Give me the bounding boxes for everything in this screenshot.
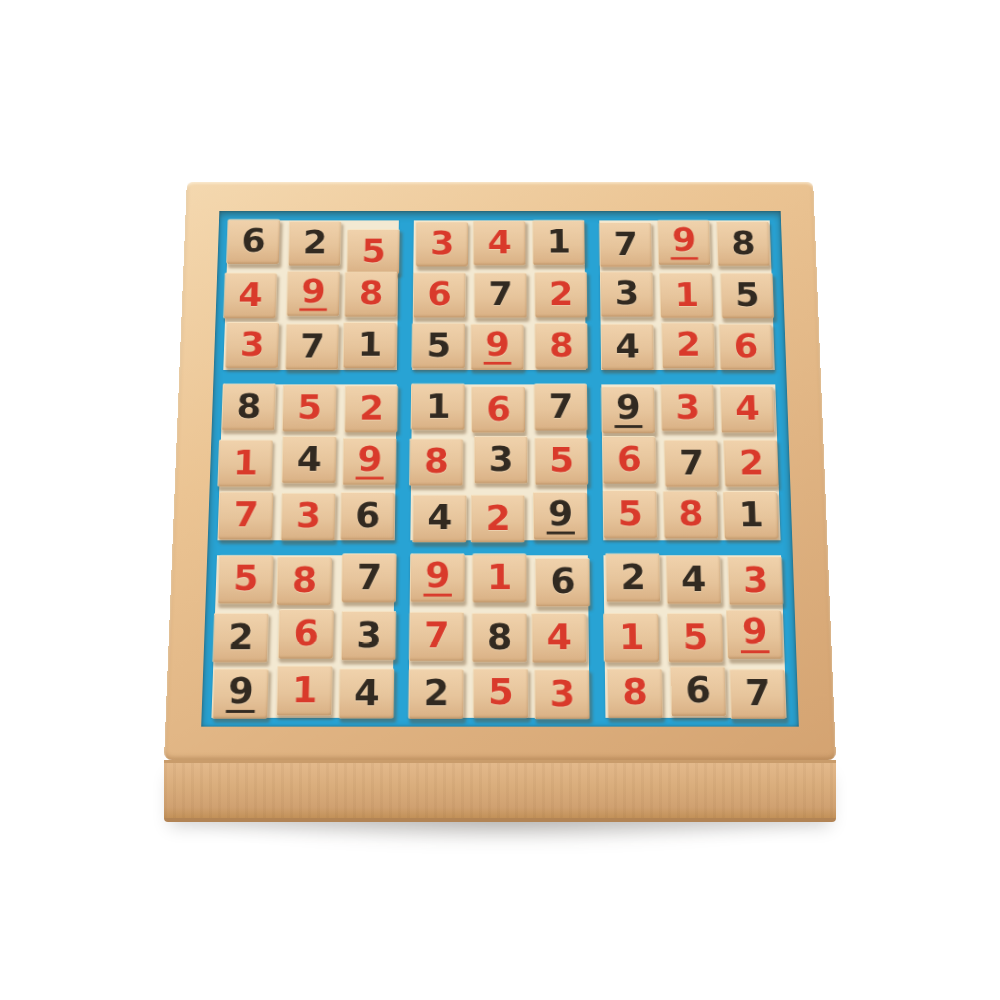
sudoku-tile-r1c3[interactable]: 5 <box>346 229 399 274</box>
tile-digit: 3 <box>489 442 514 476</box>
tile-digit: 3 <box>615 277 640 310</box>
sudoku-tile-r6c8[interactable]: 8 <box>663 490 718 538</box>
tile-digit: 1 <box>358 328 383 361</box>
tile-digit: 9 <box>423 558 452 597</box>
tile-digit: 8 <box>622 675 648 711</box>
tile-digit: 8 <box>487 619 512 654</box>
sudoku-tile-r7c9[interactable]: 3 <box>727 556 783 605</box>
sudoku-tile-r7c3[interactable]: 7 <box>341 553 397 602</box>
sudoku-board-frame: 6254983713416725987983154268521497361678… <box>164 182 836 760</box>
sudoku-tile-r5c8[interactable]: 7 <box>664 439 719 487</box>
tile-digit: 1 <box>547 226 571 258</box>
tile-digit: 3 <box>296 499 322 533</box>
tile-digit: 5 <box>426 329 451 362</box>
sudoku-tile-r7c8[interactable]: 4 <box>665 555 721 604</box>
tile-digit: 1 <box>487 560 512 595</box>
tile-digit: 9 <box>670 224 699 260</box>
sudoku-tile-r1c9[interactable]: 8 <box>716 221 770 266</box>
sudoku-tile-r8c8[interactable]: 5 <box>667 613 723 663</box>
sudoku-tile-r9c6[interactable]: 3 <box>534 669 590 719</box>
sudoku-tile-r3c3[interactable]: 1 <box>343 322 397 368</box>
tile-digit: 4 <box>615 330 640 363</box>
sudoku-tile-r2c1[interactable]: 4 <box>223 273 277 319</box>
tile-digit: 7 <box>549 390 574 423</box>
tile-digit: 1 <box>426 389 451 422</box>
tile-digit: 4 <box>488 226 512 258</box>
sudoku-tile-r2c6[interactable]: 2 <box>534 272 587 318</box>
sudoku-tile-r7c1[interactable]: 5 <box>217 555 273 604</box>
sudoku-block-4: 852149736 <box>217 384 396 540</box>
sudoku-tile-r8c2[interactable]: 6 <box>278 609 334 659</box>
tile-digit: 7 <box>745 675 772 711</box>
tile-digit: 1 <box>292 672 318 708</box>
sudoku-block-7: 587263914 <box>211 555 394 718</box>
sudoku-tile-r6c1[interactable]: 7 <box>218 491 274 539</box>
tile-digit: 5 <box>735 279 760 312</box>
tile-digit: 6 <box>427 278 452 311</box>
tile-digit: 3 <box>240 328 266 361</box>
tile-digit: 6 <box>733 330 759 363</box>
tile-digit: 5 <box>488 675 514 711</box>
sudoku-tile-r8c3[interactable]: 3 <box>340 611 396 661</box>
sudoku-tile-r1c2[interactable]: 2 <box>288 221 342 266</box>
sudoku-block-8: 916784253 <box>408 555 589 718</box>
tile-digit: 2 <box>549 278 574 311</box>
tile-digit: 2 <box>302 227 327 259</box>
sudoku-tile-r4c4[interactable]: 1 <box>411 383 465 430</box>
tile-digit: 3 <box>675 390 700 423</box>
tile-digit: 7 <box>424 618 450 653</box>
tile-digit: 6 <box>550 564 575 599</box>
tile-digit: 3 <box>743 563 769 598</box>
tile-digit: 7 <box>679 446 705 480</box>
sudoku-tile-r6c5[interactable]: 2 <box>470 494 525 542</box>
sudoku-tile-r7c6[interactable]: 6 <box>535 558 590 607</box>
sudoku-tile-r8c6[interactable]: 4 <box>531 613 587 663</box>
tile-digit: 8 <box>678 497 704 531</box>
sudoku-tile-r9c1[interactable]: 9 <box>212 668 269 718</box>
sudoku-tile-r8c9[interactable]: 9 <box>726 609 783 659</box>
product-photo: 6254983713416725987983154268521497361678… <box>0 0 1000 1000</box>
sudoku-tile-r1c7[interactable]: 7 <box>599 222 652 267</box>
tile-digit: 5 <box>297 391 322 424</box>
sudoku-tile-r4c1[interactable]: 8 <box>221 383 276 430</box>
sudoku-tile-r9c8[interactable]: 6 <box>670 666 727 716</box>
tile-digit: 8 <box>424 445 449 479</box>
tile-digit: 1 <box>619 619 645 654</box>
sudoku-board: 6254983713416725987983154268521497361678… <box>164 130 836 830</box>
tile-digit: 2 <box>359 392 384 425</box>
tile-digit: 6 <box>486 392 511 425</box>
tile-digit: 2 <box>486 501 511 535</box>
sudoku-tile-r4c7[interactable]: 9 <box>601 386 655 433</box>
sudoku-tile-r1c1[interactable]: 6 <box>226 219 280 264</box>
sudoku-tile-r7c2[interactable]: 8 <box>276 556 332 605</box>
tile-digit: 9 <box>299 275 328 311</box>
sudoku-tile-r4c2[interactable]: 5 <box>282 384 337 431</box>
sudoku-tile-r5c5[interactable]: 3 <box>473 436 527 484</box>
tile-digit: 5 <box>233 561 259 596</box>
tile-digit: 4 <box>238 279 263 312</box>
sudoku-block-9: 243159867 <box>603 555 786 718</box>
sudoku-tile-r5c3[interactable]: 9 <box>342 437 397 485</box>
tile-digit: 6 <box>293 616 319 651</box>
sudoku-tile-r5c4[interactable]: 8 <box>409 438 463 486</box>
sudoku-tile-r3c2[interactable]: 7 <box>285 323 339 369</box>
sudoku-block-3: 798315426 <box>599 220 775 370</box>
tile-digit: 7 <box>488 278 512 311</box>
sudoku-tile-r4c9[interactable]: 4 <box>719 386 774 433</box>
sudoku-tile-r7c7[interactable]: 2 <box>605 553 661 602</box>
tile-digit: 6 <box>355 498 381 532</box>
sudoku-tile-r5c7[interactable]: 6 <box>602 436 657 484</box>
sudoku-tile-r2c9[interactable]: 5 <box>720 273 774 319</box>
sudoku-tile-r4c3[interactable]: 2 <box>344 385 398 432</box>
tile-digit: 9 <box>225 673 256 713</box>
sudoku-tile-r5c2[interactable]: 4 <box>281 436 336 484</box>
sudoku-tile-r1c6[interactable]: 1 <box>532 220 585 265</box>
sudoku-tile-r3c6[interactable]: 8 <box>534 323 588 369</box>
sudoku-tile-r9c2[interactable]: 1 <box>276 665 333 715</box>
sudoku-tile-r6c4[interactable]: 4 <box>412 494 467 542</box>
tile-digit: 4 <box>735 392 761 425</box>
tile-digit: 4 <box>547 619 573 654</box>
tile-digit: 2 <box>676 328 701 361</box>
sudoku-tile-r3c9[interactable]: 6 <box>718 324 773 370</box>
sudoku-tile-r1c5[interactable]: 4 <box>473 220 526 265</box>
tile-digit: 5 <box>617 497 643 531</box>
tile-digit: 4 <box>681 562 707 597</box>
sudoku-tile-r9c9[interactable]: 7 <box>729 669 786 719</box>
sudoku-tile-r6c9[interactable]: 1 <box>723 491 779 539</box>
tile-digit: 6 <box>685 673 711 709</box>
sudoku-tile-r8c1[interactable]: 2 <box>212 613 269 663</box>
sudoku-tile-r4c5[interactable]: 6 <box>471 386 525 433</box>
tile-digit: 5 <box>549 444 574 478</box>
tile-digit: 4 <box>354 675 380 711</box>
tile-digit: 9 <box>483 328 511 365</box>
tile-digit: 5 <box>682 619 708 654</box>
tile-digit: 1 <box>738 497 764 531</box>
sudoku-tile-r9c3[interactable]: 4 <box>338 668 394 718</box>
tile-digit: 4 <box>427 501 452 535</box>
sudoku-tile-r2c3[interactable]: 8 <box>344 271 398 317</box>
tile-digit: 7 <box>356 560 382 595</box>
sudoku-tile-r2c7[interactable]: 3 <box>600 271 654 317</box>
sudoku-tile-r3c8[interactable]: 2 <box>661 322 715 368</box>
tile-digit: 9 <box>546 496 575 534</box>
tile-digit: 2 <box>228 619 254 654</box>
tile-digit: 7 <box>613 228 638 260</box>
tile-digit: 8 <box>236 390 262 423</box>
tile-digit: 3 <box>430 227 454 259</box>
sudoku-tile-r9c4[interactable]: 2 <box>408 669 464 719</box>
sudoku-tile-r4c6[interactable]: 7 <box>534 384 588 431</box>
sudoku-tile-r8c7[interactable]: 1 <box>603 613 659 663</box>
sudoku-tile-r9c5[interactable]: 5 <box>473 668 529 718</box>
sudoku-tile-r3c5[interactable]: 9 <box>470 324 523 370</box>
tile-digit: 1 <box>674 278 699 311</box>
sudoku-tile-r9c7[interactable]: 8 <box>607 668 663 718</box>
sudoku-tile-r2c2[interactable]: 9 <box>286 270 340 316</box>
sudoku-tile-r1c8[interactable]: 9 <box>657 220 711 265</box>
board-top-surface-wrap: 6254983713416725987983154268521497361678… <box>164 182 836 760</box>
sudoku-block-1: 625498371 <box>223 220 399 370</box>
sudoku-tile-r6c7[interactable]: 5 <box>602 490 657 538</box>
tile-digit: 3 <box>549 676 575 712</box>
sudoku-tile-r1c4[interactable]: 3 <box>415 221 468 266</box>
tile-digit: 5 <box>361 235 386 267</box>
sudoku-tile-r3c4[interactable]: 5 <box>411 322 465 368</box>
sudoku-tile-r5c1[interactable]: 1 <box>217 439 273 487</box>
tile-digit: 3 <box>356 617 382 652</box>
sudoku-tile-r2c8[interactable]: 1 <box>659 272 713 318</box>
tile-digit: 2 <box>423 675 449 711</box>
tile-digit: 8 <box>731 227 756 259</box>
sudoku-tile-r2c4[interactable]: 6 <box>412 272 465 318</box>
board-front-edge <box>164 760 836 822</box>
sudoku-tile-r5c9[interactable]: 2 <box>723 439 779 487</box>
tile-digit: 4 <box>297 442 323 476</box>
tile-digit: 7 <box>233 498 259 532</box>
sudoku-tile-r5c6[interactable]: 5 <box>534 437 588 485</box>
board-surface: 6254983713416725987983154268521497361678… <box>201 211 799 727</box>
tile-digit: 6 <box>241 225 266 257</box>
sudoku-tile-r6c6[interactable]: 9 <box>533 492 588 540</box>
tile-digit: 9 <box>614 391 643 428</box>
tile-digit: 9 <box>355 442 384 480</box>
tile-digit: 8 <box>292 563 318 598</box>
sudoku-tile-r8c4[interactable]: 7 <box>408 611 464 661</box>
tile-digit: 8 <box>549 329 574 362</box>
sudoku-tile-r6c3[interactable]: 6 <box>340 492 395 540</box>
sudoku-tile-r3c7[interactable]: 4 <box>600 324 654 370</box>
tile-digit: 2 <box>738 446 764 480</box>
sudoku-tile-r8c5[interactable]: 8 <box>472 612 527 662</box>
sudoku-block-6: 934672581 <box>601 384 780 540</box>
sudoku-tile-r2c5[interactable]: 7 <box>474 272 527 318</box>
sudoku-tile-r4c8[interactable]: 3 <box>660 384 715 431</box>
sudoku-tile-r7c4[interactable]: 9 <box>410 553 465 602</box>
tile-digit: 2 <box>620 560 646 595</box>
tile-digit: 1 <box>233 446 259 480</box>
tile-digit: 7 <box>300 330 325 363</box>
tile-digit: 6 <box>617 442 642 476</box>
tile-digit: 9 <box>739 614 769 653</box>
sudoku-block-5: 167835429 <box>410 384 587 540</box>
sudoku-block-2: 341672598 <box>412 220 586 370</box>
sudoku-tile-r6c2[interactable]: 3 <box>280 492 336 540</box>
tile-digit: 8 <box>359 277 384 310</box>
sudoku-tile-r3c1[interactable]: 3 <box>225 322 280 368</box>
sudoku-tile-r7c5[interactable]: 1 <box>472 554 527 603</box>
